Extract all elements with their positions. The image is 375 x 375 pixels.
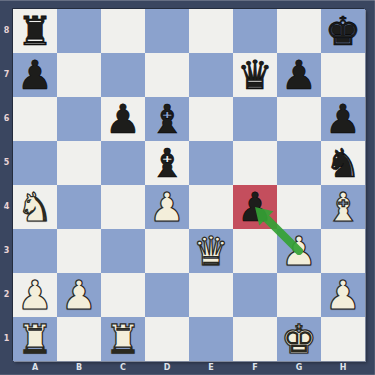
square-d7[interactable] (145, 53, 189, 97)
square-b6[interactable] (57, 97, 101, 141)
square-f4[interactable]: ♟ (233, 185, 277, 229)
square-a6[interactable] (13, 97, 57, 141)
square-a4[interactable]: ♞ (13, 185, 57, 229)
square-g4[interactable] (277, 185, 321, 229)
rank-label-5: 5 (0, 141, 13, 185)
square-f1[interactable] (233, 317, 277, 361)
square-b7[interactable] (57, 53, 101, 97)
square-g8[interactable] (277, 9, 321, 53)
black-bishop-d5[interactable]: ♝ (149, 141, 185, 185)
black-rook-a8[interactable]: ♜ (17, 9, 53, 53)
file-label-d: D (145, 361, 189, 375)
square-d2[interactable] (145, 273, 189, 317)
square-h4[interactable]: ♝ (321, 185, 365, 229)
square-h1[interactable] (321, 317, 365, 361)
rank-label-6: 6 (0, 97, 13, 141)
rank-label-2: 2 (0, 273, 13, 317)
square-a8[interactable]: ♜ (13, 9, 57, 53)
square-e7[interactable] (189, 53, 233, 97)
square-b8[interactable] (57, 9, 101, 53)
white-bishop-h4[interactable]: ♝ (325, 185, 361, 229)
black-pawn-c6[interactable]: ♟ (105, 97, 141, 141)
file-label-e: E (189, 361, 233, 375)
square-g5[interactable] (277, 141, 321, 185)
square-c7[interactable] (101, 53, 145, 97)
square-g1[interactable]: ♚ (277, 317, 321, 361)
square-g3[interactable]: ♟ (277, 229, 321, 273)
square-h6[interactable]: ♟ (321, 97, 365, 141)
square-c8[interactable] (101, 9, 145, 53)
square-h7[interactable] (321, 53, 365, 97)
square-a2[interactable]: ♟ (13, 273, 57, 317)
black-pawn-f4[interactable]: ♟ (237, 185, 273, 229)
square-d4[interactable]: ♟ (145, 185, 189, 229)
square-a1[interactable]: ♜ (13, 317, 57, 361)
square-e4[interactable] (189, 185, 233, 229)
square-e1[interactable] (189, 317, 233, 361)
white-knight-a4[interactable]: ♞ (17, 185, 53, 229)
black-knight-h5[interactable]: ♞ (325, 141, 361, 185)
square-b3[interactable] (57, 229, 101, 273)
square-f5[interactable] (233, 141, 277, 185)
black-pawn-g7[interactable]: ♟ (281, 53, 317, 97)
square-b5[interactable] (57, 141, 101, 185)
white-pawn-h2[interactable]: ♟ (325, 273, 361, 317)
white-king-g1[interactable]: ♚ (281, 317, 317, 361)
white-pawn-b2[interactable]: ♟ (61, 273, 97, 317)
rank-label-3: 3 (0, 229, 13, 273)
square-e6[interactable] (189, 97, 233, 141)
square-f7[interactable]: ♛ (233, 53, 277, 97)
square-a5[interactable] (13, 141, 57, 185)
square-h3[interactable] (321, 229, 365, 273)
square-g2[interactable] (277, 273, 321, 317)
square-g7[interactable]: ♟ (277, 53, 321, 97)
file-label-b: B (57, 361, 101, 375)
square-h2[interactable]: ♟ (321, 273, 365, 317)
white-pawn-g3[interactable]: ♟ (281, 229, 317, 273)
black-bishop-d6[interactable]: ♝ (149, 97, 185, 141)
square-e8[interactable] (189, 9, 233, 53)
square-h8[interactable]: ♚ (321, 9, 365, 53)
square-f3[interactable] (233, 229, 277, 273)
black-pawn-a7[interactable]: ♟ (17, 53, 53, 97)
square-d1[interactable] (145, 317, 189, 361)
square-d8[interactable] (145, 9, 189, 53)
square-c2[interactable] (101, 273, 145, 317)
square-h5[interactable]: ♞ (321, 141, 365, 185)
black-pawn-h6[interactable]: ♟ (325, 97, 361, 141)
square-e3[interactable]: ♛ (189, 229, 233, 273)
black-king-h8[interactable]: ♚ (325, 9, 361, 53)
square-c4[interactable] (101, 185, 145, 229)
file-label-f: F (233, 361, 277, 375)
chess-board: ♜♚♟♛♟♟♝♟♝♞♞♟♟♝♛♟♟♟♟♜♜♚ (13, 9, 365, 361)
square-e2[interactable] (189, 273, 233, 317)
rank-label-7: 7 (0, 53, 13, 97)
chess-board-frame: ♜♚♟♛♟♟♝♟♝♞♞♟♟♝♛♟♟♟♟♜♜♚ 87654321 ABCDEFGH (0, 0, 375, 375)
file-label-c: C (101, 361, 145, 375)
black-queen-f7[interactable]: ♛ (237, 53, 273, 97)
square-b4[interactable] (57, 185, 101, 229)
square-a3[interactable] (13, 229, 57, 273)
rank-label-8: 8 (0, 9, 13, 53)
rank-label-4: 4 (0, 185, 13, 229)
square-f8[interactable] (233, 9, 277, 53)
square-g6[interactable] (277, 97, 321, 141)
white-rook-c1[interactable]: ♜ (105, 317, 141, 361)
square-c3[interactable] (101, 229, 145, 273)
square-d3[interactable] (145, 229, 189, 273)
file-label-g: G (277, 361, 321, 375)
white-pawn-d4[interactable]: ♟ (149, 185, 185, 229)
square-b1[interactable] (57, 317, 101, 361)
square-d6[interactable]: ♝ (145, 97, 189, 141)
square-e5[interactable] (189, 141, 233, 185)
white-pawn-a2[interactable]: ♟ (17, 273, 53, 317)
white-rook-a1[interactable]: ♜ (17, 317, 53, 361)
square-d5[interactable]: ♝ (145, 141, 189, 185)
white-queen-e3[interactable]: ♛ (193, 229, 229, 273)
square-b2[interactable]: ♟ (57, 273, 101, 317)
rank-label-1: 1 (0, 317, 13, 361)
square-c6[interactable]: ♟ (101, 97, 145, 141)
square-c5[interactable] (101, 141, 145, 185)
square-f6[interactable] (233, 97, 277, 141)
square-c1[interactable]: ♜ (101, 317, 145, 361)
square-f2[interactable] (233, 273, 277, 317)
file-label-h: H (321, 361, 365, 375)
square-a7[interactable]: ♟ (13, 53, 57, 97)
file-label-a: A (13, 361, 57, 375)
